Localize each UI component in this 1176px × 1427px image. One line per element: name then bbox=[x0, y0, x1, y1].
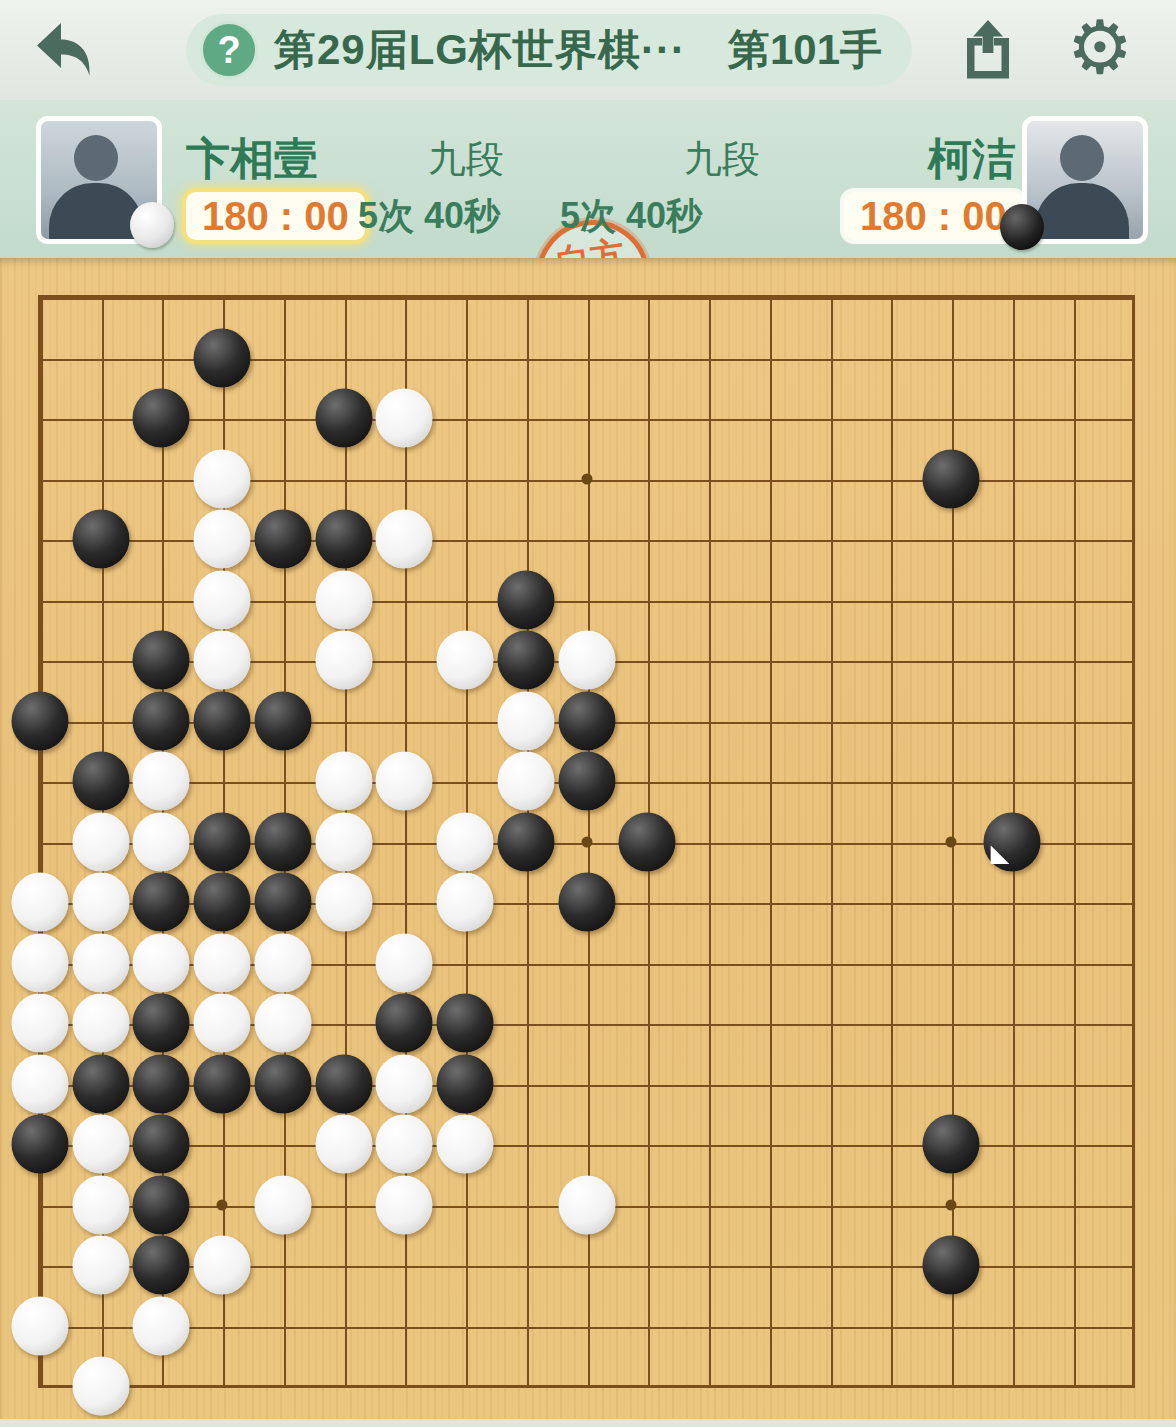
stone-white-1-14 bbox=[12, 1054, 69, 1113]
stone-black-10-9 bbox=[558, 752, 615, 811]
left-player-name: 卞相壹 bbox=[186, 130, 318, 189]
stone-white-6-11 bbox=[315, 873, 372, 932]
stone-black-4-8 bbox=[194, 691, 251, 750]
stone-white-7-9 bbox=[376, 752, 433, 811]
stone-black-5-5 bbox=[254, 510, 311, 569]
help-icon[interactable]: ? bbox=[200, 21, 258, 79]
stone-white-8-7 bbox=[437, 631, 494, 690]
stone-black-3-14 bbox=[133, 1054, 190, 1113]
stone-white-2-19 bbox=[72, 1357, 129, 1416]
stone-black-3-17 bbox=[133, 1236, 190, 1295]
stone-white-7-12 bbox=[376, 933, 433, 992]
stone-black-3-13 bbox=[133, 994, 190, 1053]
stone-black-10-8 bbox=[558, 691, 615, 750]
share-icon[interactable] bbox=[952, 14, 1024, 86]
stone-white-2-10 bbox=[72, 812, 129, 871]
stone-white-4-13 bbox=[194, 994, 251, 1053]
stone-white-3-9 bbox=[133, 752, 190, 811]
star-point bbox=[946, 1199, 957, 1210]
stone-black-4-14 bbox=[194, 1054, 251, 1113]
stone-black-2-5 bbox=[72, 510, 129, 569]
stone-white-6-10 bbox=[315, 812, 372, 871]
stone-white-7-14 bbox=[376, 1054, 433, 1113]
stone-black-3-11 bbox=[133, 873, 190, 932]
stone-white-8-15 bbox=[437, 1115, 494, 1174]
stone-white-4-7 bbox=[194, 631, 251, 690]
stone-white-5-16 bbox=[254, 1175, 311, 1234]
stone-black-8-13 bbox=[437, 994, 494, 1053]
stone-black-9-6 bbox=[497, 570, 554, 629]
left-player-byoyomi: 5次 40秒 bbox=[358, 192, 500, 241]
stone-black-17-10 bbox=[983, 812, 1040, 871]
stone-black-3-8 bbox=[133, 691, 190, 750]
stone-black-6-3 bbox=[315, 389, 372, 448]
right-player-clock: 180 : 00 bbox=[840, 188, 1027, 244]
stone-white-6-7 bbox=[315, 631, 372, 690]
right-player-name: 柯洁 bbox=[908, 130, 1016, 189]
stone-white-8-10 bbox=[437, 812, 494, 871]
title-pill: ? 第29届LG杯世界棋··· 第101手 bbox=[186, 14, 912, 86]
stone-white-10-7 bbox=[558, 631, 615, 690]
stone-white-2-15 bbox=[72, 1115, 129, 1174]
stone-white-5-13 bbox=[254, 994, 311, 1053]
stone-black-4-10 bbox=[194, 812, 251, 871]
star-point bbox=[581, 836, 592, 847]
stone-black-7-13 bbox=[376, 994, 433, 1053]
stone-white-8-11 bbox=[437, 873, 494, 932]
back-icon[interactable] bbox=[28, 14, 100, 86]
stone-white-2-12 bbox=[72, 933, 129, 992]
stone-black-5-14 bbox=[254, 1054, 311, 1113]
stone-black-16-15 bbox=[923, 1115, 980, 1174]
stone-white-3-18 bbox=[133, 1296, 190, 1355]
stone-white-1-11 bbox=[12, 873, 69, 932]
last-move-marker bbox=[990, 845, 1009, 864]
header-bar: ? 第29届LG杯世界棋··· 第101手 ⚙ bbox=[0, 0, 1176, 100]
stone-white-3-12 bbox=[133, 933, 190, 992]
stone-black-5-10 bbox=[254, 812, 311, 871]
stone-white-6-9 bbox=[315, 752, 372, 811]
stone-white-4-5 bbox=[194, 510, 251, 569]
stone-black-2-14 bbox=[72, 1054, 129, 1113]
stone-white-9-9 bbox=[497, 752, 554, 811]
stone-black-3-7 bbox=[133, 631, 190, 690]
stone-black-11-10 bbox=[619, 812, 676, 871]
stone-black-1-15 bbox=[12, 1115, 69, 1174]
game-title: 第29届LG杯世界棋··· bbox=[274, 22, 686, 78]
bottom-strip bbox=[0, 1419, 1176, 1427]
stone-white-2-13 bbox=[72, 994, 129, 1053]
stone-white-1-13 bbox=[12, 994, 69, 1053]
stone-white-9-8 bbox=[497, 691, 554, 750]
stone-black-10-11 bbox=[558, 873, 615, 932]
stone-white-2-11 bbox=[72, 873, 129, 932]
stone-white-2-17 bbox=[72, 1236, 129, 1295]
settings-gear-icon[interactable]: ⚙ bbox=[1064, 14, 1136, 86]
stone-white-3-10 bbox=[133, 812, 190, 871]
app-root: ? 第29届LG杯世界棋··· 第101手 ⚙ 卞相壹 九段 180 : 00 … bbox=[0, 0, 1176, 1427]
stone-white-7-5 bbox=[376, 510, 433, 569]
stone-black-8-14 bbox=[437, 1054, 494, 1113]
player-info-bar: 卞相壹 九段 180 : 00 5次 40秒 白方 行棋 5次 40秒 180 … bbox=[0, 100, 1176, 258]
stone-black-3-3 bbox=[133, 389, 190, 448]
stone-black-4-2 bbox=[194, 328, 251, 387]
stone-black-6-14 bbox=[315, 1054, 372, 1113]
stone-black-3-15 bbox=[133, 1115, 190, 1174]
stone-white-10-16 bbox=[558, 1175, 615, 1234]
stone-white-7-3 bbox=[376, 389, 433, 448]
stone-black-5-8 bbox=[254, 691, 311, 750]
right-player-byoyomi: 5次 40秒 bbox=[560, 192, 702, 241]
move-counter: 第101手 bbox=[728, 22, 882, 78]
stone-black-16-4 bbox=[923, 449, 980, 508]
stone-white-4-12 bbox=[194, 933, 251, 992]
stone-white-1-18 bbox=[12, 1296, 69, 1355]
star-point bbox=[946, 836, 957, 847]
stone-black-2-9 bbox=[72, 752, 129, 811]
stone-white-1-12 bbox=[12, 933, 69, 992]
white-stone-badge bbox=[130, 202, 174, 248]
stone-white-7-15 bbox=[376, 1115, 433, 1174]
stone-black-1-8 bbox=[12, 691, 69, 750]
stone-white-6-6 bbox=[315, 570, 372, 629]
stone-white-4-4 bbox=[194, 449, 251, 508]
go-board[interactable] bbox=[0, 258, 1176, 1427]
stone-white-6-15 bbox=[315, 1115, 372, 1174]
black-stone-badge bbox=[1000, 204, 1044, 250]
stone-black-3-16 bbox=[133, 1175, 190, 1234]
stone-black-9-10 bbox=[497, 812, 554, 871]
stone-black-6-5 bbox=[315, 510, 372, 569]
stone-white-5-12 bbox=[254, 933, 311, 992]
stone-black-5-11 bbox=[254, 873, 311, 932]
stone-white-2-16 bbox=[72, 1175, 129, 1234]
stone-white-4-6 bbox=[194, 570, 251, 629]
stone-black-4-11 bbox=[194, 873, 251, 932]
star-point bbox=[581, 473, 592, 484]
stone-black-16-17 bbox=[923, 1236, 980, 1295]
stone-black-9-7 bbox=[497, 631, 554, 690]
left-player-rank: 九段 bbox=[428, 134, 504, 185]
star-point bbox=[217, 1199, 228, 1210]
left-player-clock: 180 : 00 bbox=[182, 188, 369, 244]
stone-white-7-16 bbox=[376, 1175, 433, 1234]
stone-white-4-17 bbox=[194, 1236, 251, 1295]
right-player-rank: 九段 bbox=[684, 134, 760, 185]
